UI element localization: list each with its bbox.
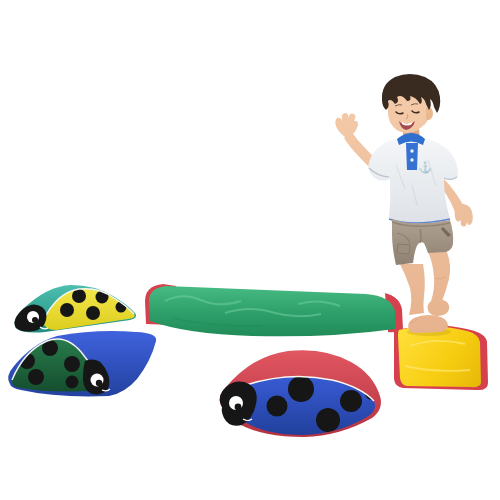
ladybug-pad-blue <box>8 331 156 396</box>
product-photo-stage: ⚓ <box>0 0 500 500</box>
ladybug-pad-red <box>220 350 381 437</box>
googly-eye-icon <box>91 374 104 387</box>
child-hand-raised <box>335 113 358 140</box>
child-leg-raised <box>428 252 451 316</box>
ladybug-pad-teal <box>15 285 137 333</box>
cargo-pocket-flap <box>397 244 410 254</box>
child-foot-raised <box>428 300 450 316</box>
henley-placket <box>406 143 418 170</box>
ear <box>426 108 433 121</box>
googly-eye-icon <box>27 311 39 323</box>
anchor-crest-icon: ⚓ <box>418 160 432 174</box>
child-hand-lowered <box>455 204 473 227</box>
child-foot-standing <box>408 315 448 333</box>
balance-beam <box>145 284 403 336</box>
